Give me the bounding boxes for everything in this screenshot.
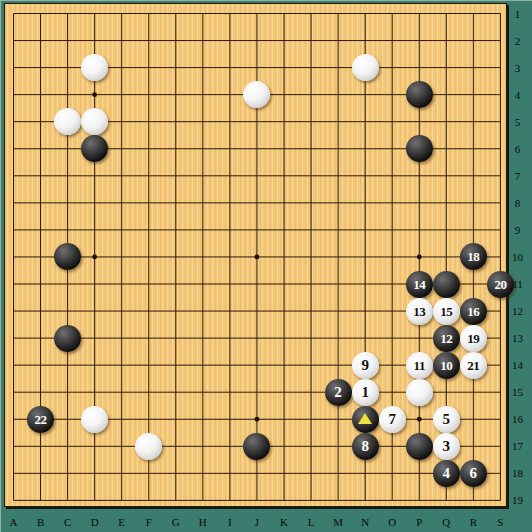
go-diagram: 181420131516121991110212122758346 ABCDEF… [0, 0, 532, 532]
row-label-7: 7 [515, 170, 521, 182]
row-label-15: 15 [512, 386, 523, 398]
row-label-10: 10 [512, 251, 523, 263]
row-label-2: 2 [515, 35, 521, 47]
col-label-J: J [255, 516, 259, 528]
goban-surface[interactable] [4, 3, 507, 507]
row-label-19: 19 [512, 494, 523, 506]
row-label-6: 6 [515, 143, 521, 155]
col-label-O: O [388, 516, 396, 528]
col-label-R: R [470, 516, 477, 528]
row-label-16: 16 [512, 413, 523, 425]
row-label-5: 5 [515, 116, 521, 128]
row-label-3: 3 [515, 62, 521, 74]
col-label-B: B [37, 516, 44, 528]
row-label-4: 4 [515, 89, 521, 101]
col-label-A: A [10, 516, 18, 528]
col-label-E: E [118, 516, 125, 528]
row-label-8: 8 [515, 197, 521, 209]
col-label-M: M [333, 516, 343, 528]
col-label-C: C [64, 516, 71, 528]
row-label-13: 13 [512, 332, 523, 344]
row-label-1: 1 [515, 8, 521, 20]
col-label-P: P [416, 516, 422, 528]
col-label-K: K [280, 516, 288, 528]
row-label-9: 9 [515, 224, 521, 236]
col-label-L: L [308, 516, 315, 528]
col-label-S: S [497, 516, 503, 528]
row-label-18: 18 [512, 467, 523, 479]
row-label-12: 12 [512, 305, 523, 317]
col-label-I: I [228, 516, 232, 528]
row-label-17: 17 [512, 440, 523, 452]
col-label-F: F [146, 516, 152, 528]
row-label-14: 14 [512, 359, 523, 371]
col-label-Q: Q [442, 516, 450, 528]
col-label-D: D [91, 516, 99, 528]
col-label-N: N [361, 516, 369, 528]
row-label-11: 11 [512, 278, 523, 290]
col-label-G: G [172, 516, 180, 528]
col-label-H: H [199, 516, 207, 528]
